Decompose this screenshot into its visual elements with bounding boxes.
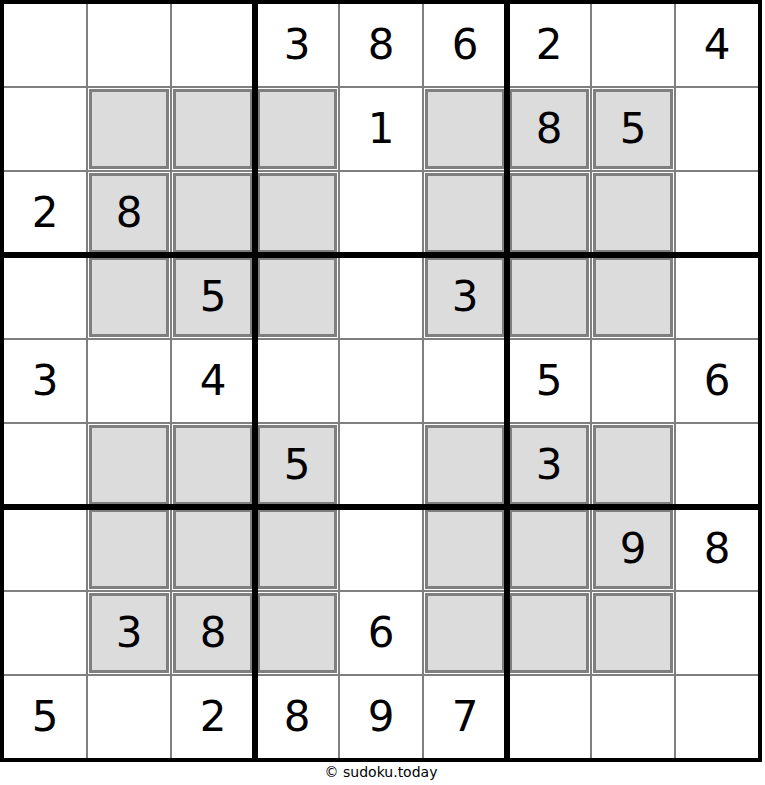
cell-r8c9[interactable] xyxy=(676,592,758,674)
cell-r8c2[interactable]: 3 xyxy=(88,592,170,674)
box-separator-horizontal-1 xyxy=(0,252,762,258)
cell-r9c8[interactable] xyxy=(592,676,674,758)
cell-r8c4[interactable] xyxy=(256,592,338,674)
highlight-overlay xyxy=(173,509,253,589)
page: 3862418528533456539838652897 © sudoku.to… xyxy=(0,0,765,785)
box-separator-vertical-1 xyxy=(252,0,258,762)
highlight-overlay xyxy=(89,425,169,505)
given-digit: 2 xyxy=(32,192,59,234)
cell-r5c5[interactable] xyxy=(340,340,422,422)
cell-r3c7[interactable] xyxy=(508,172,590,254)
cell-r3c8[interactable] xyxy=(592,172,674,254)
given-digit: 8 xyxy=(536,108,563,150)
cell-r5c8[interactable] xyxy=(592,340,674,422)
given-digit: 6 xyxy=(368,612,395,654)
highlight-overlay xyxy=(89,257,169,337)
cell-r6c4[interactable]: 5 xyxy=(256,424,338,506)
given-digit: 9 xyxy=(368,696,395,738)
given-digit: 2 xyxy=(536,24,563,66)
cell-r5c9[interactable]: 6 xyxy=(676,340,758,422)
highlight-overlay xyxy=(593,257,673,337)
highlight-overlay xyxy=(257,509,337,589)
cell-r8c1[interactable] xyxy=(4,592,86,674)
cell-r9c3[interactable]: 2 xyxy=(172,676,254,758)
cell-r7c6[interactable] xyxy=(424,508,506,590)
cell-r9c6[interactable]: 7 xyxy=(424,676,506,758)
cell-r9c9[interactable] xyxy=(676,676,758,758)
highlight-overlay xyxy=(257,257,337,337)
given-digit: 5 xyxy=(200,276,227,318)
given-digit: 8 xyxy=(368,24,395,66)
highlight-overlay xyxy=(593,593,673,673)
cell-r7c5[interactable] xyxy=(340,508,422,590)
cell-r2c1[interactable] xyxy=(4,88,86,170)
cell-r4c4[interactable] xyxy=(256,256,338,338)
given-digit: 6 xyxy=(704,360,731,402)
cell-r1c9[interactable]: 4 xyxy=(676,4,758,86)
cell-r1c1[interactable] xyxy=(4,4,86,86)
cell-r9c2[interactable] xyxy=(88,676,170,758)
cell-r8c5[interactable]: 6 xyxy=(340,592,422,674)
cell-r1c3[interactable] xyxy=(172,4,254,86)
cell-r9c5[interactable]: 9 xyxy=(340,676,422,758)
cell-r9c1[interactable]: 5 xyxy=(4,676,86,758)
cell-r3c1[interactable]: 2 xyxy=(4,172,86,254)
highlight-overlay xyxy=(173,425,253,505)
cell-r2c2[interactable] xyxy=(88,88,170,170)
cell-r6c1[interactable] xyxy=(4,424,86,506)
cell-r6c3[interactable] xyxy=(172,424,254,506)
given-digit: 5 xyxy=(536,360,563,402)
cell-r4c9[interactable] xyxy=(676,256,758,338)
given-digit: 9 xyxy=(620,528,647,570)
cell-r2c9[interactable] xyxy=(676,88,758,170)
given-digit: 5 xyxy=(284,444,311,486)
cell-r8c7[interactable] xyxy=(508,592,590,674)
cell-r1c4[interactable]: 3 xyxy=(256,4,338,86)
cell-r5c2[interactable] xyxy=(88,340,170,422)
given-digit: 4 xyxy=(200,360,227,402)
cell-r2c4[interactable] xyxy=(256,88,338,170)
highlight-overlay xyxy=(425,89,505,169)
cell-r5c7[interactable]: 5 xyxy=(508,340,590,422)
cell-r7c4[interactable] xyxy=(256,508,338,590)
highlight-overlay xyxy=(257,89,337,169)
cell-r5c3[interactable]: 4 xyxy=(172,340,254,422)
box-separator-horizontal-2 xyxy=(0,504,762,510)
cell-r3c2[interactable]: 8 xyxy=(88,172,170,254)
cell-r4c6[interactable]: 3 xyxy=(424,256,506,338)
cell-r6c2[interactable] xyxy=(88,424,170,506)
cell-r1c8[interactable] xyxy=(592,4,674,86)
cell-r4c8[interactable] xyxy=(592,256,674,338)
cell-r5c6[interactable] xyxy=(424,340,506,422)
given-digit: 8 xyxy=(704,528,731,570)
highlight-overlay xyxy=(173,89,253,169)
cell-r2c5[interactable]: 1 xyxy=(340,88,422,170)
highlight-overlay xyxy=(509,593,589,673)
given-digit: 8 xyxy=(116,192,143,234)
cell-r9c4[interactable]: 8 xyxy=(256,676,338,758)
highlight-overlay xyxy=(509,509,589,589)
given-digit: 2 xyxy=(200,696,227,738)
cell-r2c3[interactable] xyxy=(172,88,254,170)
cell-r4c3[interactable]: 5 xyxy=(172,256,254,338)
highlight-overlay xyxy=(257,593,337,673)
highlight-overlay xyxy=(425,593,505,673)
given-digit: 8 xyxy=(284,696,311,738)
given-digit: 3 xyxy=(284,24,311,66)
box-separator-vertical-2 xyxy=(504,0,510,762)
cell-r8c3[interactable]: 8 xyxy=(172,592,254,674)
highlight-overlay xyxy=(509,173,589,253)
cell-r4c7[interactable] xyxy=(508,256,590,338)
cell-r2c6[interactable] xyxy=(424,88,506,170)
cell-r6c8[interactable] xyxy=(592,424,674,506)
cell-r2c7[interactable]: 8 xyxy=(508,88,590,170)
highlight-overlay xyxy=(425,425,505,505)
copyright-caption: © sudoku.today xyxy=(0,764,762,780)
cell-r1c6[interactable]: 6 xyxy=(424,4,506,86)
cell-r5c1[interactable]: 3 xyxy=(4,340,86,422)
given-digit: 1 xyxy=(368,108,395,150)
highlight-overlay xyxy=(89,89,169,169)
given-digit: 3 xyxy=(536,444,563,486)
given-digit: 5 xyxy=(620,108,647,150)
highlight-overlay xyxy=(257,173,337,253)
cell-r7c8[interactable]: 9 xyxy=(592,508,674,590)
cell-r4c5[interactable] xyxy=(340,256,422,338)
cell-r3c6[interactable] xyxy=(424,172,506,254)
highlight-overlay xyxy=(593,173,673,253)
cell-r6c7[interactable]: 3 xyxy=(508,424,590,506)
cell-r8c8[interactable] xyxy=(592,592,674,674)
given-digit: 5 xyxy=(32,696,59,738)
cell-r7c9[interactable]: 8 xyxy=(676,508,758,590)
cell-r8c6[interactable] xyxy=(424,592,506,674)
cell-r3c4[interactable] xyxy=(256,172,338,254)
highlight-overlay xyxy=(509,257,589,337)
sudoku-board: 3862418528533456539838652897 xyxy=(0,0,762,762)
given-digit: 3 xyxy=(116,612,143,654)
cell-r4c1[interactable] xyxy=(4,256,86,338)
cell-r1c5[interactable]: 8 xyxy=(340,4,422,86)
highlight-overlay xyxy=(89,509,169,589)
cell-r3c9[interactable] xyxy=(676,172,758,254)
given-digit: 3 xyxy=(452,276,479,318)
cell-r6c9[interactable] xyxy=(676,424,758,506)
highlight-overlay xyxy=(173,173,253,253)
given-digit: 8 xyxy=(200,612,227,654)
cell-r5c4[interactable] xyxy=(256,340,338,422)
given-digit: 6 xyxy=(452,24,479,66)
cell-r1c7[interactable]: 2 xyxy=(508,4,590,86)
given-digit: 4 xyxy=(704,24,731,66)
cell-r6c5[interactable] xyxy=(340,424,422,506)
cell-r7c7[interactable] xyxy=(508,508,590,590)
highlight-overlay xyxy=(425,173,505,253)
given-digit: 7 xyxy=(452,696,479,738)
highlight-overlay xyxy=(593,425,673,505)
cell-r3c3[interactable] xyxy=(172,172,254,254)
given-digit: 3 xyxy=(32,360,59,402)
cell-r2c8[interactable]: 5 xyxy=(592,88,674,170)
cell-r7c1[interactable] xyxy=(4,508,86,590)
cell-r3c5[interactable] xyxy=(340,172,422,254)
cell-r7c2[interactable] xyxy=(88,508,170,590)
cell-r1c2[interactable] xyxy=(88,4,170,86)
cell-r9c7[interactable] xyxy=(508,676,590,758)
highlight-overlay xyxy=(425,509,505,589)
cell-r4c2[interactable] xyxy=(88,256,170,338)
cell-r7c3[interactable] xyxy=(172,508,254,590)
cell-r6c6[interactable] xyxy=(424,424,506,506)
